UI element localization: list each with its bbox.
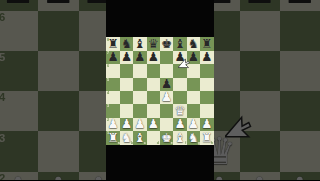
square-b4: [38, 91, 78, 131]
black-pawn[interactable]: ♟: [200, 51, 213, 64]
square-c4[interactable]: [133, 91, 146, 104]
video-strip: 8♜♞♝♛♚♝♞♜7♟♟♟♟♟♟♟65♟4♟3♛2♟♟♟♟♟♟♟1a♜b♞c♝d…: [106, 0, 214, 180]
white-pawn[interactable]: ♟: [147, 118, 160, 131]
square-b5: [38, 51, 78, 91]
square-h4[interactable]: [200, 91, 213, 104]
white-pawn: ♟: [0, 172, 38, 181]
white-rook[interactable]: ♜: [200, 131, 213, 144]
square-h5[interactable]: [200, 78, 213, 91]
square-h3: [280, 131, 320, 171]
black-pawn[interactable]: ♟: [133, 51, 146, 64]
square-h6: [280, 11, 320, 51]
square-c5[interactable]: [133, 78, 146, 91]
rank-label: 5: [0, 51, 5, 62]
square-f1[interactable]: f♝: [173, 131, 186, 144]
square-g4: [240, 91, 280, 131]
square-a4[interactable]: 4: [106, 91, 119, 104]
square-f6[interactable]: [173, 64, 186, 77]
rank-label: 4: [0, 91, 5, 102]
square-b6: [38, 11, 78, 51]
square-h7: ♟: [280, 0, 320, 11]
square-a7[interactable]: 7♟: [106, 51, 119, 64]
square-a6[interactable]: 6: [106, 64, 119, 77]
square-g1[interactable]: g♞: [187, 131, 200, 144]
video-frame: 8♜♞♝♛♚♝♞♜7♟♟♟♟♟♟♟65♟4♟3♛2♟♟♟♟♟♟♟1a♜b♞c♝d…: [0, 0, 320, 180]
square-e4[interactable]: ♟: [160, 91, 173, 104]
square-d2[interactable]: ♟: [147, 118, 160, 131]
square-a3: 3: [0, 131, 38, 171]
square-a4: 4: [0, 91, 38, 131]
white-rook[interactable]: ♜: [106, 131, 119, 144]
white-pawn[interactable]: ♟: [160, 91, 173, 104]
black-pawn: ♟: [280, 0, 320, 11]
chess-board[interactable]: 8♜♞♝♛♚♝♞♜7♟♟♟♟♟♟♟65♟4♟3♛2♟♟♟♟♟♟♟1a♜b♞c♝d…: [106, 37, 213, 144]
square-f7[interactable]: ♟: [173, 51, 186, 64]
white-knight[interactable]: ♞: [120, 131, 133, 144]
square-h4: [280, 91, 320, 131]
rank-label: 4: [107, 91, 109, 95]
square-h7[interactable]: ♟: [200, 51, 213, 64]
square-e8[interactable]: ♚: [160, 37, 173, 50]
square-b5[interactable]: [120, 78, 133, 91]
square-b1[interactable]: b♞: [120, 131, 133, 144]
square-e3[interactable]: [160, 104, 173, 117]
black-pawn[interactable]: ♟: [106, 51, 119, 64]
square-b7: ♟: [38, 0, 78, 11]
square-c6[interactable]: [133, 64, 146, 77]
square-g5: [240, 51, 280, 91]
black-pawn: ♟: [0, 0, 38, 11]
square-g5[interactable]: [187, 78, 200, 91]
rank-label: 3: [0, 132, 5, 143]
rank-label: 6: [0, 11, 5, 22]
square-a5[interactable]: 5: [106, 78, 119, 91]
rank-label: 5: [107, 78, 109, 82]
square-g3: [240, 131, 280, 171]
square-c1[interactable]: c♝: [133, 131, 146, 144]
black-pawn: ♟: [38, 0, 78, 11]
black-pawn[interactable]: ♟: [187, 51, 200, 64]
square-d1[interactable]: d: [147, 131, 160, 144]
square-b4[interactable]: [120, 91, 133, 104]
black-pawn[interactable]: ♟: [120, 51, 133, 64]
white-pawn: ♟: [240, 172, 280, 181]
square-a5: 5: [0, 51, 38, 91]
square-b3: [38, 131, 78, 171]
square-b7[interactable]: ♟: [120, 51, 133, 64]
rank-label: 3: [107, 104, 109, 108]
square-b6[interactable]: [120, 64, 133, 77]
square-g4[interactable]: [187, 91, 200, 104]
square-a7: 7♟: [0, 0, 38, 11]
square-g7[interactable]: ♟: [187, 51, 200, 64]
square-g6: [240, 11, 280, 51]
square-a2: 2♟: [0, 172, 38, 181]
black-pawn: ♟: [240, 0, 280, 11]
square-h5: [280, 51, 320, 91]
white-knight[interactable]: ♞: [187, 131, 200, 144]
rank-label: 6: [107, 64, 109, 68]
square-a6: 6: [0, 11, 38, 51]
square-d6[interactable]: [147, 64, 160, 77]
square-g7: ♟: [240, 0, 280, 11]
square-h2: ♟: [280, 172, 320, 181]
square-g2: ♟: [240, 172, 280, 181]
square-e7[interactable]: [160, 51, 173, 64]
square-f5[interactable]: [173, 78, 186, 91]
black-pawn[interactable]: ♟: [147, 51, 160, 64]
square-e1[interactable]: e♚: [160, 131, 173, 144]
square-c7[interactable]: ♟: [133, 51, 146, 64]
white-pawn: ♟: [38, 172, 78, 181]
white-king[interactable]: ♚: [160, 131, 173, 144]
square-d5[interactable]: [147, 78, 160, 91]
square-b2: ♟: [38, 172, 78, 181]
square-h6[interactable]: [200, 64, 213, 77]
square-d7[interactable]: ♟: [147, 51, 160, 64]
square-g6[interactable]: [187, 64, 200, 77]
black-pawn[interactable]: ♟: [173, 51, 186, 64]
white-pawn: ♟: [280, 172, 320, 181]
white-bishop[interactable]: ♝: [133, 131, 146, 144]
square-a1[interactable]: 1a♜: [106, 131, 119, 144]
square-d4[interactable]: [147, 91, 160, 104]
black-king[interactable]: ♚: [160, 37, 173, 50]
square-h1[interactable]: h♜: [200, 131, 213, 144]
white-bishop[interactable]: ♝: [173, 131, 186, 144]
